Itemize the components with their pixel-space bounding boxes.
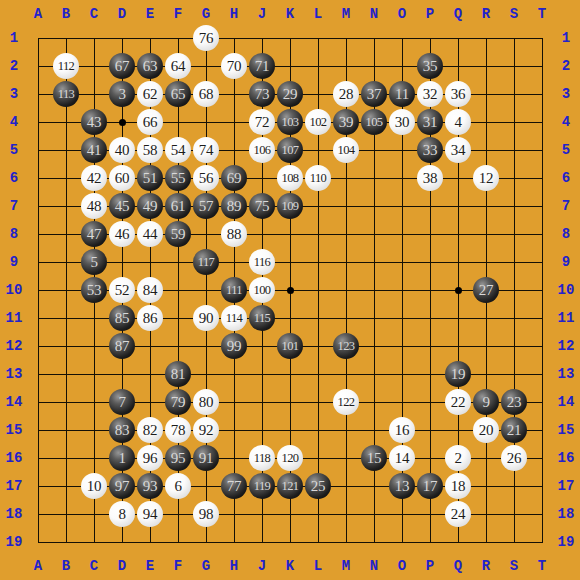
go-board-grid: 1234567891011121314151617181920212223242… [24,24,556,556]
move-number: 51 [143,171,157,186]
stone-white-F5: 54 [165,137,191,163]
stone-black-B3: 113 [53,81,79,107]
move-number: 120 [282,452,299,465]
stone-white-L6: 110 [305,165,331,191]
stone-black-H12: 99 [221,333,247,359]
move-number: 111 [226,284,242,297]
move-number: 101 [282,340,299,353]
stone-white-Q14: 22 [445,389,471,415]
move-number: 90 [199,311,213,326]
move-number: 25 [311,479,325,494]
stone-black-D14: 7 [109,389,135,415]
stone-white-G11: 90 [193,305,219,331]
move-number: 103 [282,116,299,129]
move-number: 99 [227,339,241,354]
stone-black-D16: 1 [109,445,135,471]
move-number: 27 [479,283,493,298]
stone-white-P6: 38 [417,165,443,191]
stone-white-E16: 96 [137,445,163,471]
stone-black-S14: 23 [501,389,527,415]
stone-white-G1: 76 [193,25,219,51]
stone-white-Q5: 34 [445,137,471,163]
move-number: 100 [254,284,271,297]
stone-black-M4: 39 [333,109,359,135]
stone-white-P3: 32 [417,81,443,107]
stone-white-H11: 114 [221,305,247,331]
move-number: 47 [87,227,101,242]
stone-white-G3: 68 [193,81,219,107]
move-number: 37 [367,87,381,102]
move-number: 63 [143,59,157,74]
move-number: 6 [174,479,181,494]
stone-black-R14: 9 [473,389,499,415]
move-number: 113 [58,88,75,101]
move-number: 84 [143,283,157,298]
stone-white-E18: 94 [137,501,163,527]
stone-black-H17: 77 [221,473,247,499]
stone-black-P4: 31 [417,109,443,135]
move-number: 64 [171,59,185,74]
move-number: 91 [199,451,213,466]
stone-white-O16: 14 [389,445,415,471]
stone-black-F3: 65 [165,81,191,107]
stone-black-G16: 91 [193,445,219,471]
stone-white-M5: 104 [333,137,359,163]
move-number: 73 [255,87,269,102]
move-number: 81 [171,367,185,382]
move-number: 119 [254,480,271,493]
stone-white-D6: 60 [109,165,135,191]
stone-black-D17: 97 [109,473,135,499]
move-number: 76 [199,31,213,46]
move-number: 10 [87,479,101,494]
move-number: 72 [255,115,269,130]
stone-white-R15: 20 [473,417,499,443]
move-number: 38 [423,171,437,186]
stone-white-M3: 28 [333,81,359,107]
move-number: 79 [171,395,185,410]
stone-white-H2: 70 [221,53,247,79]
move-number: 112 [58,60,75,73]
stone-black-C9: 5 [81,249,107,275]
go-board-diagram: ABCDEFGHJKLMNOPQRST ABCDEFGHJKLMNOPQRST … [0,0,580,580]
move-number: 70 [227,59,241,74]
move-number: 55 [171,171,185,186]
stone-white-G5: 74 [193,137,219,163]
stone-black-C8: 47 [81,221,107,247]
move-number: 92 [199,423,213,438]
stone-black-P2: 35 [417,53,443,79]
stone-black-N16: 15 [361,445,387,471]
move-number: 30 [395,115,409,130]
stone-black-K5: 107 [277,137,303,163]
stone-white-Q4: 4 [445,109,471,135]
stone-black-E17: 93 [137,473,163,499]
move-number: 59 [171,227,185,242]
move-number: 29 [283,87,297,102]
stone-white-Q16: 2 [445,445,471,471]
move-number: 31 [423,115,437,130]
stone-white-B2: 112 [53,53,79,79]
stone-black-J7: 75 [249,193,275,219]
move-number: 65 [171,87,185,102]
stone-white-F17: 6 [165,473,191,499]
stone-white-E8: 44 [137,221,163,247]
stone-black-H10: 111 [221,277,247,303]
move-number: 83 [115,423,129,438]
move-number: 45 [115,199,129,214]
stone-white-F15: 78 [165,417,191,443]
stone-black-D2: 67 [109,53,135,79]
stone-white-E15: 82 [137,417,163,443]
move-number: 8 [118,507,125,522]
stone-white-J5: 106 [249,137,275,163]
move-number: 89 [227,199,241,214]
move-number: 93 [143,479,157,494]
move-number: 43 [87,115,101,130]
move-number: 107 [282,144,299,157]
move-number: 98 [199,507,213,522]
stone-white-D18: 8 [109,501,135,527]
stone-black-J11: 115 [249,305,275,331]
stone-black-C10: 53 [81,277,107,303]
stone-white-C7: 48 [81,193,107,219]
move-number: 17 [423,479,437,494]
move-number: 13 [395,479,409,494]
move-number: 46 [115,227,129,242]
stone-black-K3: 29 [277,81,303,107]
stone-white-G6: 56 [193,165,219,191]
stone-black-D7: 45 [109,193,135,219]
move-number: 56 [199,171,213,186]
move-number: 122 [338,396,355,409]
move-number: 66 [143,115,157,130]
move-number: 105 [366,116,383,129]
move-number: 68 [199,87,213,102]
stone-black-G7: 57 [193,193,219,219]
move-number: 85 [115,311,129,326]
stone-white-D10: 52 [109,277,135,303]
stone-white-G15: 92 [193,417,219,443]
move-number: 75 [255,199,269,214]
move-number: 96 [143,451,157,466]
move-number: 23 [507,395,521,410]
stone-black-O3: 11 [389,81,415,107]
move-number: 95 [171,451,185,466]
move-number: 121 [282,480,299,493]
stone-black-F13: 81 [165,361,191,387]
move-number: 22 [451,395,465,410]
move-number: 71 [255,59,269,74]
move-number: 114 [226,312,243,325]
move-number: 12 [479,171,493,186]
move-number: 26 [507,451,521,466]
stone-black-M12: 123 [333,333,359,359]
move-number: 69 [227,171,241,186]
move-number: 67 [115,59,129,74]
stone-black-R10: 27 [473,277,499,303]
stone-black-Q13: 19 [445,361,471,387]
stone-black-C5: 41 [81,137,107,163]
stone-black-E2: 63 [137,53,163,79]
move-number: 36 [451,87,465,102]
stone-white-E4: 66 [137,109,163,135]
move-number: 58 [143,143,157,158]
move-number: 33 [423,143,437,158]
move-number: 57 [199,199,213,214]
move-number: 3 [118,87,125,102]
stone-white-D8: 46 [109,221,135,247]
stone-black-D3: 3 [109,81,135,107]
move-number: 77 [227,479,241,494]
move-number: 48 [87,199,101,214]
stone-black-N3: 37 [361,81,387,107]
stone-white-Q18: 24 [445,501,471,527]
stone-black-S15: 21 [501,417,527,443]
stone-white-J4: 72 [249,109,275,135]
move-number: 5 [90,255,97,270]
move-number: 78 [171,423,185,438]
stone-black-F16: 95 [165,445,191,471]
stone-white-H8: 88 [221,221,247,247]
move-number: 74 [199,143,213,158]
move-number: 9 [482,395,489,410]
move-number: 82 [143,423,157,438]
stone-white-S16: 26 [501,445,527,471]
move-number: 94 [143,507,157,522]
stone-white-C17: 10 [81,473,107,499]
move-number: 1 [118,451,125,466]
stone-black-P17: 17 [417,473,443,499]
move-number: 108 [282,172,299,185]
move-number: 54 [171,143,185,158]
stone-white-O4: 30 [389,109,415,135]
stone-white-J9: 116 [249,249,275,275]
stone-white-J16: 118 [249,445,275,471]
move-number: 35 [423,59,437,74]
stone-white-M14: 122 [333,389,359,415]
stone-black-L17: 25 [305,473,331,499]
move-number: 28 [339,87,353,102]
move-number: 39 [339,115,353,130]
stone-black-C4: 43 [81,109,107,135]
move-number: 42 [87,171,101,186]
stone-black-F14: 79 [165,389,191,415]
move-number: 88 [227,227,241,242]
move-number: 86 [143,311,157,326]
move-number: 2 [454,451,461,466]
move-number: 116 [254,256,271,269]
move-number: 117 [198,256,215,269]
move-number: 7 [118,395,125,410]
stone-black-K7: 109 [277,193,303,219]
move-number: 62 [143,87,157,102]
move-number: 4 [454,115,461,130]
move-number: 14 [395,451,409,466]
stone-white-F2: 64 [165,53,191,79]
stone-white-Q3: 36 [445,81,471,107]
move-number: 18 [451,479,465,494]
move-number: 16 [395,423,409,438]
stone-white-J10: 100 [249,277,275,303]
stone-black-K12: 101 [277,333,303,359]
move-number: 52 [115,283,129,298]
stone-white-Q17: 18 [445,473,471,499]
stone-white-G18: 98 [193,501,219,527]
move-number: 53 [87,283,101,298]
stone-black-J17: 119 [249,473,275,499]
move-number: 15 [367,451,381,466]
move-number: 80 [199,395,213,410]
stone-white-R6: 12 [473,165,499,191]
stone-black-F8: 59 [165,221,191,247]
stone-white-O15: 16 [389,417,415,443]
stone-white-K16: 120 [277,445,303,471]
stone-black-J2: 71 [249,53,275,79]
move-number: 44 [143,227,157,242]
stone-white-D5: 40 [109,137,135,163]
move-number: 109 [282,200,299,213]
move-number: 60 [115,171,129,186]
move-number: 34 [451,143,465,158]
move-number: 102 [310,116,327,129]
move-number: 110 [310,172,327,185]
stone-white-L4: 102 [305,109,331,135]
move-number: 106 [254,144,271,157]
stone-black-O17: 13 [389,473,415,499]
stone-white-K6: 108 [277,165,303,191]
move-number: 11 [395,87,409,102]
stone-black-J3: 73 [249,81,275,107]
move-number: 118 [254,452,271,465]
move-number: 24 [451,507,465,522]
stone-black-P5: 33 [417,137,443,163]
stone-black-D11: 85 [109,305,135,331]
stone-white-E3: 62 [137,81,163,107]
move-number: 20 [479,423,493,438]
stone-black-D12: 87 [109,333,135,359]
move-number: 41 [87,143,101,158]
stone-black-K17: 121 [277,473,303,499]
stone-black-N4: 105 [361,109,387,135]
stone-black-G9: 117 [193,249,219,275]
move-number: 123 [338,340,355,353]
stone-black-E7: 49 [137,193,163,219]
move-number: 21 [507,423,521,438]
move-number: 115 [254,312,271,325]
stone-black-F6: 55 [165,165,191,191]
move-number: 87 [115,339,129,354]
stone-black-H6: 69 [221,165,247,191]
stone-black-E6: 51 [137,165,163,191]
stone-white-E11: 86 [137,305,163,331]
stone-white-G14: 80 [193,389,219,415]
stone-white-E10: 84 [137,277,163,303]
move-number: 61 [171,199,185,214]
move-number: 49 [143,199,157,214]
stone-black-D15: 83 [109,417,135,443]
stone-white-C6: 42 [81,165,107,191]
move-number: 19 [451,367,465,382]
stone-black-F7: 61 [165,193,191,219]
stone-black-H7: 89 [221,193,247,219]
move-number: 97 [115,479,129,494]
stone-black-K4: 103 [277,109,303,135]
move-number: 32 [423,87,437,102]
move-number: 104 [338,144,355,157]
move-number: 40 [115,143,129,158]
stone-white-E5: 58 [137,137,163,163]
